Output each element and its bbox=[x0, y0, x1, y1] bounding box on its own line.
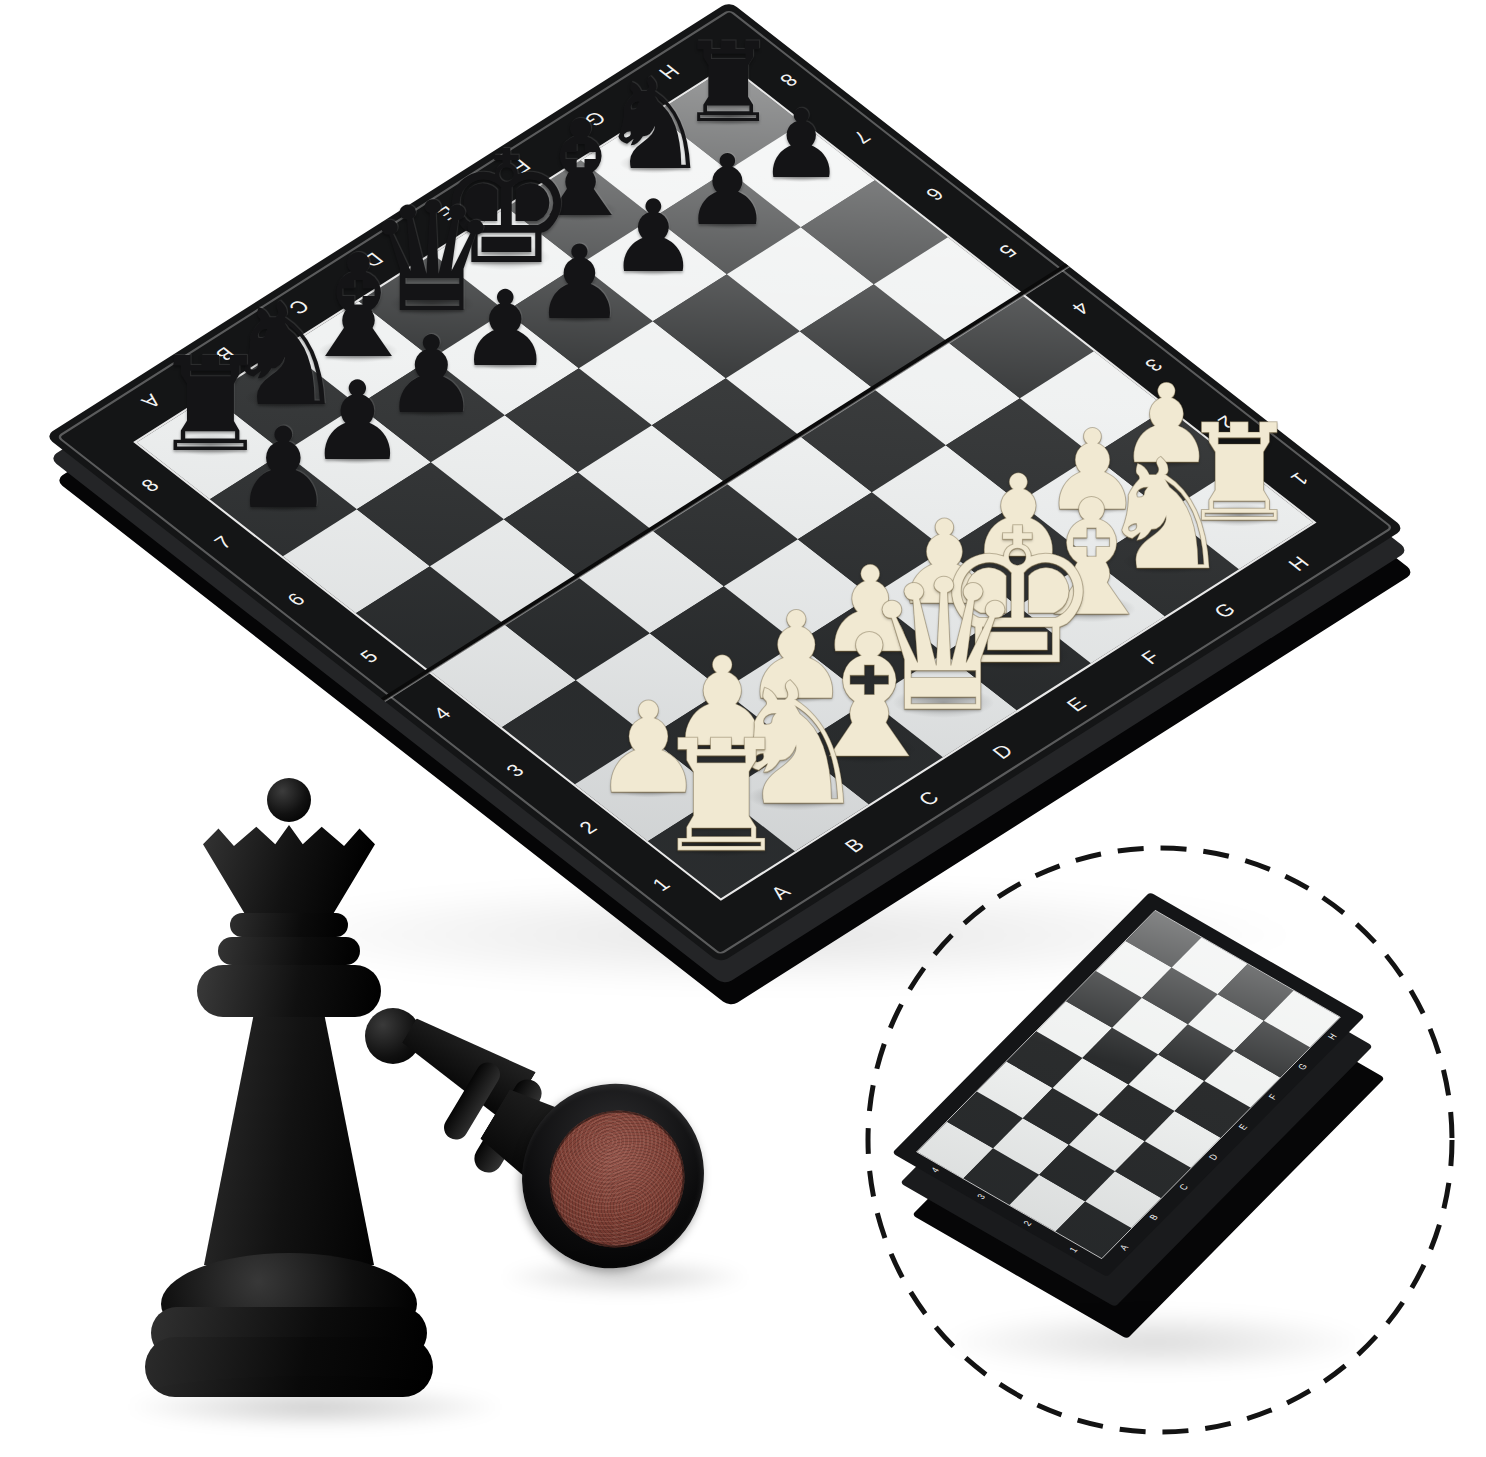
folded-rank-label-3: 3 bbox=[976, 1193, 987, 1201]
queen-base bbox=[145, 1337, 433, 1397]
rank-label-left-6: 6 bbox=[283, 590, 309, 609]
file-label-bottom-d: D bbox=[988, 741, 1016, 761]
queen-crown-ball bbox=[267, 778, 311, 822]
file-label-bottom-g: G bbox=[1210, 600, 1239, 621]
rank-label-right-7: 7 bbox=[849, 128, 875, 147]
rank-label-right-6: 6 bbox=[922, 185, 948, 204]
rank-label-right-4: 4 bbox=[1068, 299, 1094, 318]
rank-label-left-8: 8 bbox=[137, 476, 163, 495]
queen-neck-ring-1 bbox=[230, 913, 348, 937]
folded-file-label-h: H bbox=[1326, 1032, 1338, 1041]
file-label-top-b: B bbox=[211, 344, 239, 364]
product-photo: AABBCCDDEEFFGGHH8877665544332211 ♜♞♝♛♚♝♞… bbox=[0, 0, 1486, 1457]
file-label-top-c: C bbox=[285, 297, 313, 317]
file-label-bottom-h: H bbox=[1284, 553, 1312, 573]
file-label-bottom-c: C bbox=[914, 788, 942, 808]
file-label-top-f: F bbox=[508, 156, 535, 175]
folded-file-label-f: F bbox=[1267, 1093, 1279, 1101]
folded-board-inset: ABCDEFGH1234 bbox=[855, 840, 1470, 1455]
folded-rank-label-4: 4 bbox=[930, 1166, 941, 1174]
folded-file-label-d: D bbox=[1207, 1153, 1219, 1162]
file-label-top-a: A bbox=[137, 391, 165, 411]
rank-label-right-5: 5 bbox=[995, 242, 1021, 261]
rank-label-left-7: 7 bbox=[210, 533, 236, 552]
file-label-top-g: G bbox=[580, 108, 609, 129]
black-pieces-closeup bbox=[105, 755, 785, 1455]
file-label-top-h: H bbox=[655, 62, 683, 82]
queen-neck-ring-2 bbox=[218, 937, 360, 965]
folded-file-label-a: A bbox=[1118, 1243, 1130, 1252]
file-label-bottom-e: E bbox=[1063, 695, 1091, 715]
queen-coronet bbox=[203, 825, 375, 913]
rank-label-left-4: 4 bbox=[429, 704, 455, 723]
rank-label-right-3: 3 bbox=[1141, 356, 1167, 375]
folded-rank-label-2: 2 bbox=[1022, 1219, 1033, 1227]
rank-label-right-1: 1 bbox=[1287, 470, 1313, 489]
rank-label-left-5: 5 bbox=[356, 647, 382, 666]
folded-file-label-e: E bbox=[1237, 1123, 1249, 1132]
folded-file-label-g: G bbox=[1296, 1062, 1309, 1071]
file-label-top-d: D bbox=[359, 250, 387, 270]
rank-label-right-2: 2 bbox=[1214, 413, 1240, 432]
file-label-top-e: E bbox=[433, 203, 461, 223]
folded-file-label-c: C bbox=[1177, 1183, 1189, 1192]
file-label-bottom-f: F bbox=[1137, 648, 1164, 667]
folded-file-label-b: B bbox=[1148, 1213, 1160, 1222]
folded-rank-label-1: 1 bbox=[1068, 1246, 1079, 1254]
rank-label-right-8: 8 bbox=[776, 71, 802, 90]
queen-collar bbox=[197, 965, 381, 1017]
